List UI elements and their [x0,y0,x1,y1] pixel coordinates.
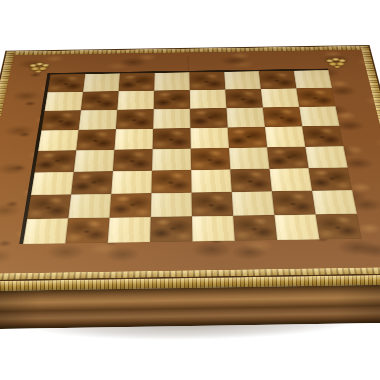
square-g8 [259,71,296,89]
square-g7 [261,88,299,107]
square-h8 [294,70,332,88]
board-inner-border [19,69,362,245]
square-f3 [230,169,272,192]
square-f7 [225,89,263,108]
square-b3 [71,171,113,194]
square-a3 [31,172,74,195]
square-c8 [119,73,155,91]
square-c2 [110,193,152,217]
square-d7 [154,90,190,109]
square-h4 [305,146,347,168]
square-e4 [191,148,231,170]
square-f4 [229,147,269,169]
square-e6 [190,108,228,128]
square-d2 [151,193,192,217]
gold-ornament-top-right-icon [320,57,354,69]
square-e1 [192,216,235,242]
square-a8 [48,74,86,92]
square-b6 [79,110,118,130]
square-d5 [153,128,191,149]
square-d3 [151,170,191,193]
square-g1 [274,214,319,240]
square-d6 [153,109,190,129]
square-b7 [81,91,119,110]
square-c3 [111,171,152,194]
square-g5 [265,126,305,147]
square-h1 [316,214,362,240]
square-b5 [76,129,116,150]
square-h3 [309,168,353,191]
square-c7 [117,91,154,110]
square-b4 [74,150,115,172]
board-tilt-wrapper [0,0,380,380]
square-e7 [190,90,227,109]
square-c5 [114,129,153,150]
square-g4 [267,147,308,169]
square-h2 [312,190,357,214]
square-h5 [302,126,343,147]
square-f8 [224,71,261,89]
square-h7 [296,88,335,107]
square-a6 [41,110,81,130]
square-g6 [263,107,302,127]
square-a7 [45,92,84,111]
chessboard-photo [0,0,380,380]
square-e2 [192,192,234,216]
square-a4 [35,150,77,172]
square-c6 [116,109,154,129]
square-e8 [189,72,225,90]
square-a1 [23,218,68,244]
square-e3 [191,169,232,192]
square-d8 [154,72,190,90]
square-f2 [232,191,275,215]
square-c4 [113,149,153,171]
chessboard-top [0,45,380,282]
square-f5 [228,127,267,148]
square-h6 [299,106,339,126]
gold-ornament-top-left-icon [22,61,55,73]
square-c1 [108,217,151,243]
square-d4 [152,149,191,171]
square-b1 [65,218,109,244]
square-a5 [38,130,79,151]
square-b2 [68,194,111,218]
square-b8 [83,73,120,91]
square-f6 [226,107,264,127]
square-g3 [269,168,312,191]
square-f1 [233,215,277,241]
board-grid [23,70,362,244]
square-d1 [150,216,192,242]
board-front-edge [0,285,380,329]
square-g2 [272,191,316,215]
square-a2 [27,194,71,218]
square-e5 [190,128,229,149]
